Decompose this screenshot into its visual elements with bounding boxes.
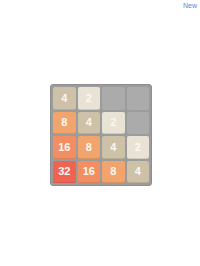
empty-cell-r1c3 <box>102 87 125 110</box>
tile-16-r4c2: 16 <box>78 161 101 184</box>
tile-8-r4c3: 8 <box>102 161 125 184</box>
empty-cell-r2c4 <box>127 112 150 135</box>
tile-2-r2c3: 2 <box>102 112 125 135</box>
empty-cell-r1c4 <box>127 87 150 110</box>
tile-2-r3c4: 2 <box>127 136 150 159</box>
tile-16-r3c1: 16 <box>53 136 76 159</box>
tile-4-r2c2: 4 <box>78 112 101 135</box>
tile-8-r2c1: 8 <box>53 112 76 135</box>
tile-4-r3c3: 4 <box>102 136 125 159</box>
navbar: New <box>0 0 200 12</box>
tile-32-r4c1: 32 <box>53 161 76 184</box>
game-board[interactable]: 4284216842321684 <box>50 84 152 186</box>
tile-4-r1c1: 4 <box>53 87 76 110</box>
tile-8-r3c2: 8 <box>78 136 101 159</box>
tile-4-r4c4: 4 <box>127 161 150 184</box>
new-game-button[interactable]: New <box>183 2 197 9</box>
tile-2-r1c2: 2 <box>78 87 101 110</box>
